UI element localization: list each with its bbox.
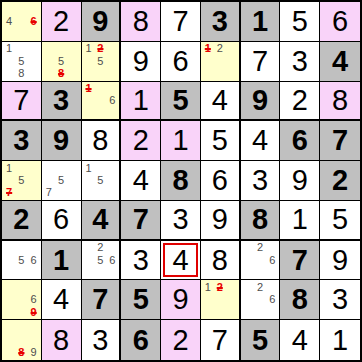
- empty-candidate-slot: [28, 67, 40, 79]
- solved-digit: 6: [172, 47, 188, 76]
- empty-candidate-slot: [28, 281, 40, 293]
- cell-r2c4[interactable]: 9: [121, 42, 161, 82]
- cell-r1c7[interactable]: 1: [241, 2, 281, 42]
- empty-candidate-slot: [202, 67, 214, 79]
- cell-r3c9[interactable]: 8: [320, 82, 360, 122]
- cell-r1c8[interactable]: 5: [280, 2, 320, 42]
- empty-candidate-slot: [67, 174, 79, 186]
- pencil-marks: 57: [43, 162, 80, 199]
- empty-candidate-slot: [94, 106, 106, 118]
- empty-candidate-slot: [226, 306, 238, 318]
- cell-r6c8[interactable]: 1: [280, 201, 320, 241]
- empty-candidate-slot: [226, 43, 238, 55]
- given-digit: 6: [292, 126, 308, 155]
- given-digit: 2: [332, 166, 348, 195]
- given-digit: 3: [53, 86, 69, 115]
- solved-digit: 5: [212, 126, 228, 155]
- solved-digit: 3: [332, 285, 348, 314]
- empty-candidate-slot: [3, 321, 15, 334]
- empty-candidate-slot: [15, 306, 27, 318]
- cell-r9c6[interactable]: 7: [201, 320, 241, 360]
- cell-r2c9[interactable]: 4: [320, 42, 360, 82]
- empty-candidate-slot: [3, 242, 15, 254]
- empty-candidate-slot: [67, 162, 79, 174]
- pencil-marks: 12: [202, 281, 238, 318]
- cell-r6c7[interactable]: 8: [241, 201, 281, 241]
- empty-candidate-slot: [3, 346, 15, 359]
- empty-candidate-slot: [242, 266, 254, 278]
- empty-candidate-slot: [67, 43, 79, 55]
- cell-r2c3[interactable]: 125: [82, 42, 122, 82]
- cell-r5c2[interactable]: 57: [42, 161, 82, 201]
- cell-r1c6[interactable]: 3: [201, 2, 241, 42]
- candidate-6: 6: [266, 294, 278, 306]
- cell-r5c6[interactable]: 6: [201, 161, 241, 201]
- empty-candidate-slot: [3, 254, 15, 266]
- cell-r2c7[interactable]: 7: [241, 42, 281, 82]
- solved-digit: 4: [172, 246, 188, 275]
- solved-digit: 3: [292, 47, 308, 76]
- cell-r6c1[interactable]: 2: [2, 201, 42, 241]
- cell-r1c4[interactable]: 8: [121, 2, 161, 42]
- empty-candidate-slot: [67, 55, 79, 67]
- cell-r2c1[interactable]: 158: [2, 42, 42, 82]
- empty-candidate-slot: [106, 55, 118, 67]
- candidate-6: 6: [28, 294, 40, 306]
- empty-candidate-slot: [3, 55, 15, 67]
- empty-candidate-slot: [242, 294, 254, 306]
- cell-r5c4[interactable]: 4: [121, 161, 161, 201]
- empty-candidate-slot: [83, 55, 95, 67]
- empty-candidate-slot: [242, 242, 254, 254]
- empty-candidate-slot: [15, 281, 27, 293]
- eliminated-candidate-7: 7: [3, 187, 15, 199]
- cell-r3c7[interactable]: 9: [241, 82, 281, 122]
- empty-candidate-slot: [28, 43, 40, 55]
- cell-r1c9[interactable]: 6: [320, 2, 360, 42]
- cell-r7c9[interactable]: 9: [320, 241, 360, 281]
- given-digit: 5: [133, 285, 149, 314]
- empty-candidate-slot: [254, 294, 266, 306]
- cell-r8c2[interactable]: 4: [42, 280, 82, 320]
- empty-candidate-slot: [254, 254, 266, 266]
- solved-digit: 2: [292, 86, 308, 115]
- given-digit: 5: [252, 326, 268, 355]
- pencil-marks: 157: [3, 162, 40, 199]
- given-digit: 4: [332, 47, 348, 76]
- solved-digit: 6: [212, 166, 228, 195]
- empty-candidate-slot: [28, 266, 40, 278]
- empty-candidate-slot: [226, 67, 238, 79]
- solved-digit: 9: [212, 205, 228, 234]
- candidate-2: 2: [94, 242, 106, 254]
- cell-r6c5[interactable]: 3: [161, 201, 201, 241]
- empty-candidate-slot: [28, 242, 40, 254]
- cell-r5c8[interactable]: 9: [280, 161, 320, 201]
- given-digit: 8: [252, 205, 268, 234]
- eliminated-candidate-8: 8: [55, 67, 67, 79]
- candidate-8: 8: [15, 67, 27, 79]
- cell-r8c1[interactable]: 69: [2, 280, 42, 320]
- empty-candidate-slot: [83, 242, 95, 254]
- cell-r3c4[interactable]: 1: [121, 82, 161, 122]
- given-digit: 7: [292, 246, 308, 275]
- solved-digit: 4: [53, 285, 69, 314]
- cell-r2c5[interactable]: 6: [161, 42, 201, 82]
- empty-candidate-slot: [3, 3, 15, 15]
- cell-r4c4[interactable]: 2: [121, 121, 161, 161]
- cell-r6c2[interactable]: 6: [42, 201, 82, 241]
- pencil-marks: 15: [83, 162, 119, 199]
- given-digit: 1: [53, 246, 69, 275]
- solved-digit: 5: [292, 7, 308, 36]
- empty-candidate-slot: [83, 187, 95, 199]
- empty-candidate-slot: [266, 266, 278, 278]
- cell-r7c2[interactable]: 1: [42, 241, 82, 281]
- empty-candidate-slot: [43, 174, 55, 186]
- empty-candidate-slot: [15, 43, 27, 55]
- cell-r5c1[interactable]: 157: [2, 161, 42, 201]
- empty-candidate-slot: [15, 242, 27, 254]
- solved-digit: 5: [332, 205, 348, 234]
- cell-r4c7[interactable]: 4: [241, 121, 281, 161]
- solved-digit: 3: [252, 166, 268, 195]
- empty-candidate-slot: [106, 187, 118, 199]
- cell-r7c6[interactable]: 8: [201, 241, 241, 281]
- cell-r3c8[interactable]: 2: [280, 82, 320, 122]
- cell-r1c3[interactable]: 9: [82, 2, 122, 42]
- empty-candidate-slot: [3, 174, 15, 186]
- cell-r4c2[interactable]: 9: [42, 121, 82, 161]
- empty-candidate-slot: [28, 28, 40, 40]
- given-digit: 7: [92, 285, 108, 314]
- solved-digit: 7: [212, 326, 228, 355]
- empty-candidate-slot: [15, 334, 27, 347]
- candidate-2: 2: [254, 242, 266, 254]
- cell-r8c4[interactable]: 5: [121, 280, 161, 320]
- candidate-5: 5: [15, 254, 27, 266]
- cell-r8c6[interactable]: 12: [201, 280, 241, 320]
- cell-r8c5[interactable]: 9: [161, 280, 201, 320]
- empty-candidate-slot: [3, 266, 15, 278]
- cell-r7c1[interactable]: 56: [2, 241, 42, 281]
- empty-candidate-slot: [15, 3, 27, 15]
- empty-candidate-slot: [83, 67, 95, 79]
- empty-candidate-slot: [83, 94, 95, 106]
- eliminated-candidate-9: 9: [28, 306, 40, 318]
- empty-candidate-slot: [3, 28, 15, 40]
- solved-digit: 8: [92, 126, 108, 155]
- cell-r5c9[interactable]: 2: [320, 161, 360, 201]
- given-digit: 8: [172, 166, 188, 195]
- cell-r4c1[interactable]: 3: [2, 121, 42, 161]
- empty-candidate-slot: [106, 266, 118, 278]
- solved-digit: 1: [172, 126, 188, 155]
- empty-candidate-slot: [28, 187, 40, 199]
- cell-r3c6[interactable]: 4: [201, 82, 241, 122]
- candidate-5: 5: [15, 55, 27, 67]
- cell-r4c9[interactable]: 7: [320, 121, 360, 161]
- empty-candidate-slot: [83, 266, 95, 278]
- empty-candidate-slot: [226, 294, 238, 306]
- cell-r8c7[interactable]: 26: [241, 280, 281, 320]
- cell-r2c2[interactable]: 58: [42, 42, 82, 82]
- empty-candidate-slot: [55, 162, 67, 174]
- cell-r5c5[interactable]: 8: [161, 161, 201, 201]
- pencil-marks: 16: [83, 83, 119, 119]
- cell-r7c3[interactable]: 256: [82, 241, 122, 281]
- empty-candidate-slot: [106, 43, 118, 55]
- given-digit: 3: [13, 126, 29, 155]
- solved-digit: 9: [133, 47, 149, 76]
- empty-candidate-slot: [266, 306, 278, 318]
- candidate-9: 9: [28, 346, 40, 359]
- cell-r5c3[interactable]: 15: [82, 161, 122, 201]
- candidate-6: 6: [28, 254, 40, 266]
- empty-candidate-slot: [15, 162, 27, 174]
- empty-candidate-slot: [15, 28, 27, 40]
- empty-candidate-slot: [106, 83, 118, 95]
- given-digit: 3: [212, 7, 228, 36]
- given-digit: 9: [92, 7, 108, 36]
- cell-r8c9[interactable]: 3: [320, 280, 360, 320]
- empty-candidate-slot: [3, 281, 15, 293]
- eliminated-candidate-1: 1: [83, 83, 95, 95]
- empty-candidate-slot: [43, 162, 55, 174]
- empty-candidate-slot: [254, 266, 266, 278]
- candidate-5: 5: [94, 254, 106, 266]
- candidate-4: 4: [3, 15, 15, 27]
- empty-candidate-slot: [28, 162, 40, 174]
- solved-digit: 1: [133, 86, 149, 115]
- solved-digit: 4: [133, 166, 149, 195]
- empty-candidate-slot: [83, 106, 95, 118]
- empty-candidate-slot: [3, 294, 15, 306]
- eliminated-candidate-2: 2: [214, 281, 226, 293]
- cell-r1c2[interactable]: 2: [42, 2, 82, 42]
- cell-r7c5[interactable]: 4: [161, 241, 201, 281]
- empty-candidate-slot: [15, 15, 27, 27]
- pencil-marks: 69: [3, 281, 40, 318]
- cell-r9c2[interactable]: 8: [42, 320, 82, 360]
- candidate-5: 5: [94, 174, 106, 186]
- solved-digit: 2: [53, 7, 69, 36]
- given-digit: 4: [92, 205, 108, 234]
- candidate-2: 2: [214, 43, 226, 55]
- empty-candidate-slot: [15, 266, 27, 278]
- candidate-6: 6: [106, 254, 118, 266]
- empty-candidate-slot: [202, 55, 214, 67]
- candidate-6: 6: [266, 254, 278, 266]
- cell-r9c5[interactable]: 2: [161, 320, 201, 360]
- solved-digit: 8: [212, 246, 228, 275]
- cell-r5c7[interactable]: 3: [241, 161, 281, 201]
- candidate-6: 6: [106, 94, 118, 106]
- empty-candidate-slot: [214, 306, 226, 318]
- solved-digit: 3: [172, 205, 188, 234]
- empty-candidate-slot: [83, 254, 95, 266]
- cell-r9c3[interactable]: 3: [82, 320, 122, 360]
- pencil-marks: 56: [3, 242, 40, 279]
- pencil-marks: 58: [43, 43, 80, 80]
- given-digit: 8: [292, 285, 308, 314]
- cell-r4c6[interactable]: 5: [201, 121, 241, 161]
- candidate-2: 2: [254, 281, 266, 293]
- empty-candidate-slot: [43, 55, 55, 67]
- cell-r2c6[interactable]: 12: [201, 42, 241, 82]
- solved-digit: 1: [292, 205, 308, 234]
- candidate-5: 5: [55, 55, 67, 67]
- empty-candidate-slot: [266, 281, 278, 293]
- empty-candidate-slot: [28, 3, 40, 15]
- given-digit: 1: [252, 7, 268, 36]
- empty-candidate-slot: [242, 254, 254, 266]
- empty-candidate-slot: [94, 67, 106, 79]
- empty-candidate-slot: [43, 43, 55, 55]
- candidate-1: 1: [83, 162, 95, 174]
- empty-candidate-slot: [3, 67, 15, 79]
- cell-r9c7[interactable]: 5: [241, 320, 281, 360]
- cell-r7c7[interactable]: 26: [241, 241, 281, 281]
- solved-digit: 4: [212, 86, 228, 115]
- empty-candidate-slot: [67, 67, 79, 79]
- solved-digit: 1: [332, 326, 348, 355]
- empty-candidate-slot: [106, 106, 118, 118]
- empty-candidate-slot: [226, 55, 238, 67]
- given-digit: 2: [13, 205, 29, 234]
- cell-r6c9[interactable]: 5: [320, 201, 360, 241]
- empty-candidate-slot: [15, 294, 27, 306]
- cell-r1c5[interactable]: 7: [161, 2, 201, 42]
- given-digit: 5: [172, 86, 188, 115]
- cell-r6c6[interactable]: 9: [201, 201, 241, 241]
- cell-r3c2[interactable]: 3: [42, 82, 82, 122]
- cell-r3c5[interactable]: 5: [161, 82, 201, 122]
- empty-candidate-slot: [15, 187, 27, 199]
- empty-candidate-slot: [94, 162, 106, 174]
- solved-digit: 8: [332, 86, 348, 115]
- empty-candidate-slot: [106, 67, 118, 79]
- given-digit: 9: [252, 86, 268, 115]
- cell-r9c9[interactable]: 1: [320, 320, 360, 360]
- pencil-marks: 26: [242, 281, 279, 318]
- cell-r3c1[interactable]: 7: [2, 82, 42, 122]
- pencil-marks: 89: [3, 321, 40, 359]
- empty-candidate-slot: [214, 294, 226, 306]
- empty-candidate-slot: [43, 67, 55, 79]
- empty-candidate-slot: [55, 187, 67, 199]
- cell-r7c4[interactable]: 3: [121, 241, 161, 281]
- empty-candidate-slot: [94, 94, 106, 106]
- empty-candidate-slot: [28, 334, 40, 347]
- cell-r6c3[interactable]: 4: [82, 201, 122, 241]
- candidate-1: 1: [83, 43, 95, 55]
- solved-digit: 9: [172, 285, 188, 314]
- solved-digit: 4: [252, 126, 268, 155]
- solved-digit: 3: [133, 246, 149, 275]
- cell-r7c8[interactable]: 7: [280, 241, 320, 281]
- empty-candidate-slot: [28, 174, 40, 186]
- candidate-5: 5: [55, 174, 67, 186]
- cell-r4c5[interactable]: 1: [161, 121, 201, 161]
- solved-digit: 2: [133, 126, 149, 155]
- empty-candidate-slot: [67, 187, 79, 199]
- empty-candidate-slot: [266, 242, 278, 254]
- empty-candidate-slot: [94, 187, 106, 199]
- given-digit: 9: [53, 126, 69, 155]
- empty-candidate-slot: [55, 43, 67, 55]
- cell-r6c4[interactable]: 7: [121, 201, 161, 241]
- solved-digit: 9: [292, 166, 308, 195]
- candidate-1: 1: [3, 43, 15, 55]
- given-digit: 7: [332, 126, 348, 155]
- cell-r4c3[interactable]: 8: [82, 121, 122, 161]
- empty-candidate-slot: [94, 266, 106, 278]
- empty-candidate-slot: [242, 281, 254, 293]
- candidate-5: 5: [94, 55, 106, 67]
- candidate-5: 5: [15, 174, 27, 186]
- pencil-marks: 46: [3, 3, 40, 40]
- solved-digit: 8: [53, 326, 69, 355]
- empty-candidate-slot: [106, 242, 118, 254]
- cell-r1c1[interactable]: 46: [2, 2, 42, 42]
- sudoku-board: 4629873156158581259612734731615492839821…: [0, 0, 362, 362]
- empty-candidate-slot: [28, 321, 40, 334]
- solved-digit: 7: [172, 7, 188, 36]
- cell-r8c8[interactable]: 8: [280, 280, 320, 320]
- empty-candidate-slot: [202, 294, 214, 306]
- empty-candidate-slot: [214, 55, 226, 67]
- pencil-marks: 256: [83, 242, 119, 279]
- empty-candidate-slot: [226, 281, 238, 293]
- pencil-marks: 26: [242, 242, 279, 279]
- solved-digit: 6: [332, 7, 348, 36]
- solved-digit: 2: [172, 326, 188, 355]
- solved-digit: 8: [133, 7, 149, 36]
- empty-candidate-slot: [214, 67, 226, 79]
- empty-candidate-slot: [15, 321, 27, 334]
- pencil-marks: 12: [202, 43, 238, 80]
- cell-r2c8[interactable]: 3: [280, 42, 320, 82]
- solved-digit: 6: [53, 205, 69, 234]
- cell-r4c8[interactable]: 6: [280, 121, 320, 161]
- solved-digit: 3: [92, 326, 108, 355]
- empty-candidate-slot: [83, 174, 95, 186]
- cell-r9c1[interactable]: 89: [2, 320, 42, 360]
- empty-candidate-slot: [94, 83, 106, 95]
- given-digit: 6: [133, 326, 149, 355]
- eliminated-candidate-8: 8: [15, 346, 27, 359]
- solved-digit: 7: [252, 47, 268, 76]
- empty-candidate-slot: [106, 174, 118, 186]
- cell-r8c3[interactable]: 7: [82, 280, 122, 320]
- eliminated-candidate-1: 1: [202, 43, 214, 55]
- empty-candidate-slot: [242, 306, 254, 318]
- pencil-marks: 125: [83, 43, 119, 80]
- pencil-marks: 158: [3, 43, 40, 80]
- candidate-7: 7: [43, 187, 55, 199]
- empty-candidate-slot: [202, 306, 214, 318]
- cell-r3c3[interactable]: 16: [82, 82, 122, 122]
- empty-candidate-slot: [106, 162, 118, 174]
- empty-candidate-slot: [254, 306, 266, 318]
- solved-digit: 7: [13, 86, 29, 115]
- solved-digit: 9: [332, 246, 348, 275]
- cell-r9c8[interactable]: 4: [280, 320, 320, 360]
- candidate-1: 1: [3, 162, 15, 174]
- cell-r9c4[interactable]: 6: [121, 320, 161, 360]
- eliminated-candidate-6: 6: [28, 15, 40, 27]
